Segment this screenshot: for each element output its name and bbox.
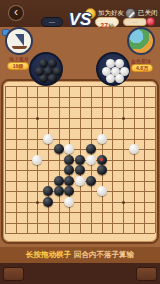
tray-white-stone bbox=[106, 59, 115, 68]
grid-line-horizontal bbox=[5, 212, 155, 213]
player-right-avatar[interactable] bbox=[127, 27, 155, 55]
black-stone[interactable] bbox=[43, 197, 53, 207]
grid-line-vertical bbox=[123, 86, 124, 233]
white-stone[interactable] bbox=[43, 134, 53, 144]
grid-line-vertical bbox=[155, 86, 156, 233]
tray-black-stone bbox=[48, 59, 57, 68]
sailboat-hull-icon bbox=[12, 46, 27, 49]
tray-black-stone bbox=[35, 67, 44, 76]
timer-unit: 秒 bbox=[108, 23, 114, 29]
grid-line-horizontal bbox=[5, 191, 155, 192]
tray-white-stone bbox=[115, 59, 124, 68]
white-stone[interactable] bbox=[97, 134, 107, 144]
grid-line-horizontal bbox=[5, 223, 155, 224]
back-button[interactable]: ‹ bbox=[8, 5, 24, 21]
tray-black-stone bbox=[39, 74, 48, 83]
star-point bbox=[122, 117, 125, 120]
white-stone-tray bbox=[96, 52, 130, 86]
white-stone[interactable] bbox=[64, 197, 74, 207]
chat-button[interactable] bbox=[136, 267, 157, 281]
sailboat-icon bbox=[15, 34, 24, 46]
star-point bbox=[36, 201, 39, 204]
grid-line-vertical bbox=[144, 86, 145, 233]
mute-icon bbox=[125, 8, 136, 19]
hint-soft-text: 回合内不落子算输 bbox=[74, 250, 134, 260]
black-stone[interactable] bbox=[43, 186, 53, 196]
white-stone[interactable] bbox=[129, 144, 139, 154]
player-left-avatar[interactable] bbox=[5, 27, 33, 55]
grid-line-horizontal bbox=[5, 202, 155, 203]
grid-line-vertical bbox=[112, 86, 113, 233]
hint-strong-text: 长按拖动棋子 bbox=[26, 250, 71, 260]
white-stone[interactable] bbox=[97, 186, 107, 196]
sound-state-label: 已关闭 bbox=[138, 9, 158, 18]
black-stone[interactable] bbox=[86, 144, 96, 154]
player-left-badge: 16级 bbox=[7, 62, 29, 70]
menu-button[interactable] bbox=[3, 267, 24, 281]
black-stone[interactable] bbox=[54, 186, 64, 196]
black-stone[interactable] bbox=[86, 176, 96, 186]
tray-white-stone bbox=[115, 74, 124, 83]
grid-line-vertical bbox=[134, 86, 135, 233]
black-stone-tray bbox=[29, 52, 63, 86]
tray-black-stone bbox=[39, 59, 48, 68]
tray-white-stone bbox=[106, 74, 115, 83]
grid-line-horizontal bbox=[5, 233, 155, 234]
black-stone[interactable] bbox=[54, 176, 64, 186]
white-stone[interactable] bbox=[32, 155, 42, 165]
game-screen: ‹ 加为好友 已关闭 — VS 27秒 ··· 海上孤舟 蓝色星球 16级 4.… bbox=[0, 0, 160, 284]
white-stone[interactable] bbox=[86, 155, 96, 165]
black-stone[interactable] bbox=[64, 155, 74, 165]
tray-white-stone bbox=[102, 67, 111, 76]
black-stone[interactable] bbox=[64, 176, 74, 186]
room-info-pill: ··· bbox=[123, 18, 147, 26]
white-stone[interactable] bbox=[75, 176, 85, 186]
star-point bbox=[36, 117, 39, 120]
black-stone[interactable] bbox=[75, 155, 85, 165]
black-stone[interactable] bbox=[54, 144, 64, 154]
vs-label: VS bbox=[60, 10, 100, 30]
star-point bbox=[122, 201, 125, 204]
black-stone[interactable] bbox=[97, 165, 107, 175]
black-stone[interactable] bbox=[97, 155, 107, 165]
notification-dot-icon[interactable] bbox=[146, 17, 155, 26]
tray-black-stone bbox=[48, 74, 57, 83]
player-right-badge: 4.8万 bbox=[131, 64, 153, 72]
turn-timer-pill: 27秒 bbox=[95, 17, 119, 27]
hint-banner: 长按拖动棋子 回合内不落子算输 bbox=[0, 247, 160, 263]
timer-value: 27 bbox=[100, 22, 108, 29]
